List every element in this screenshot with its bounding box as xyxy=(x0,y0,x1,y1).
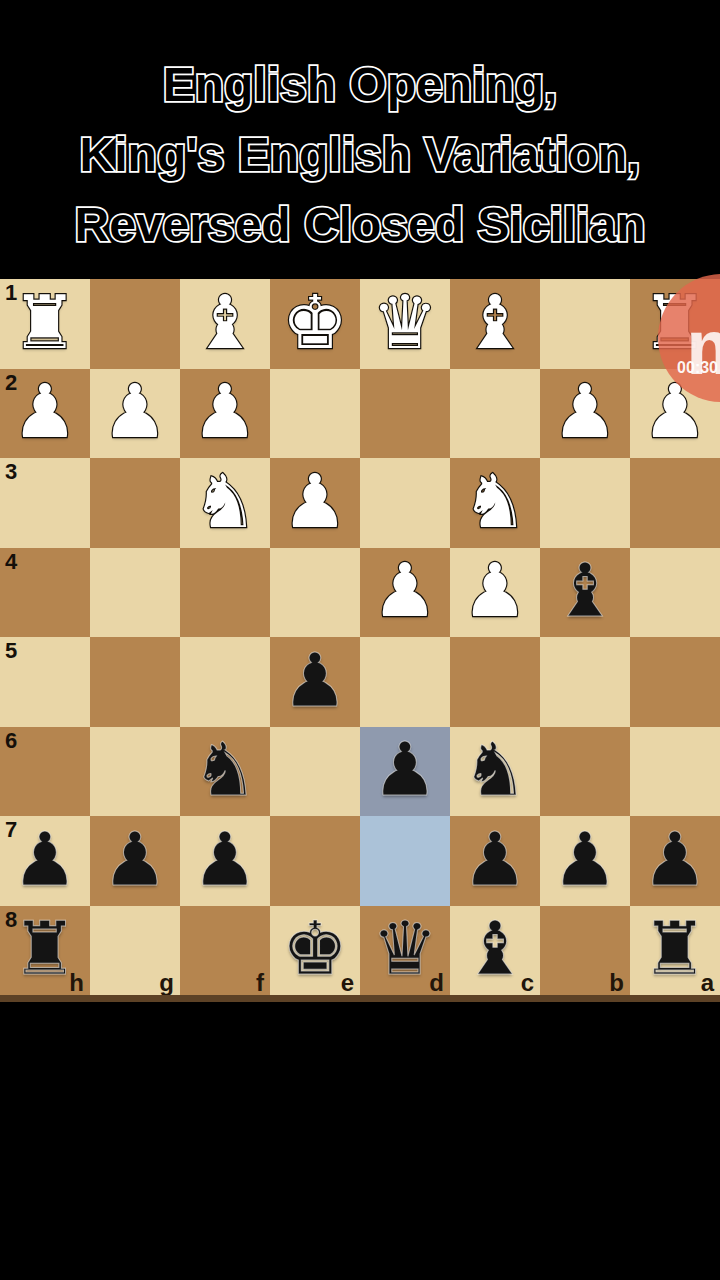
square-f1[interactable]: ♝ xyxy=(180,279,270,369)
rank-label-4: 4 xyxy=(5,549,17,575)
square-h1[interactable]: 1♜ xyxy=(0,279,90,369)
piece-bP-d6[interactable]: ♟ xyxy=(372,732,438,806)
square-c2[interactable] xyxy=(450,369,540,459)
piece-wP-f2[interactable]: ♟ xyxy=(192,374,258,448)
square-h5[interactable]: 5 xyxy=(0,637,90,727)
title-line-2: King's English Variation, xyxy=(0,120,720,190)
piece-bR-a8[interactable]: ♜ xyxy=(642,911,708,985)
piece-bP-f7[interactable]: ♟ xyxy=(192,822,258,896)
title-line-1: English Opening, xyxy=(0,50,720,120)
square-g7[interactable]: ♟ xyxy=(90,816,180,906)
square-f6[interactable]: ♞ xyxy=(180,727,270,817)
file-label-b: b xyxy=(609,969,624,997)
rank-label-6: 6 xyxy=(5,728,17,754)
square-c7[interactable]: ♟ xyxy=(450,816,540,906)
piece-bP-b7[interactable]: ♟ xyxy=(552,822,618,896)
square-c8[interactable]: c♝ xyxy=(450,906,540,996)
square-b3[interactable] xyxy=(540,458,630,548)
square-e5[interactable]: ♟ xyxy=(270,637,360,727)
square-b7[interactable]: ♟ xyxy=(540,816,630,906)
piece-bP-a7[interactable]: ♟ xyxy=(642,822,708,896)
piece-bB-c8[interactable]: ♝ xyxy=(462,911,528,985)
piece-wP-b2[interactable]: ♟ xyxy=(552,374,618,448)
square-e2[interactable] xyxy=(270,369,360,459)
square-f3[interactable]: ♞ xyxy=(180,458,270,548)
piece-bK-e8[interactable]: ♚ xyxy=(282,911,348,985)
square-g8[interactable]: g xyxy=(90,906,180,996)
square-d6[interactable]: ♟ xyxy=(360,727,450,817)
piece-wN-c3[interactable]: ♞ xyxy=(462,464,528,538)
square-c1[interactable]: ♝ xyxy=(450,279,540,369)
square-d7[interactable] xyxy=(360,816,450,906)
square-f8[interactable]: f xyxy=(180,906,270,996)
piece-wB-c1[interactable]: ♝ xyxy=(462,285,528,359)
square-b8[interactable]: b xyxy=(540,906,630,996)
piece-wQ-d1[interactable]: ♛ xyxy=(372,285,438,359)
piece-wP-h2[interactable]: ♟ xyxy=(12,374,78,448)
square-h7[interactable]: 7♟ xyxy=(0,816,90,906)
square-c3[interactable]: ♞ xyxy=(450,458,540,548)
piece-wN-f3[interactable]: ♞ xyxy=(192,464,258,538)
piece-bP-c7[interactable]: ♟ xyxy=(462,822,528,896)
piece-bP-h7[interactable]: ♟ xyxy=(12,822,78,896)
square-c4[interactable]: ♟ xyxy=(450,548,540,638)
square-d5[interactable] xyxy=(360,637,450,727)
piece-wR-h1[interactable]: ♜ xyxy=(12,285,78,359)
file-label-f: f xyxy=(256,969,264,997)
piece-bR-h8[interactable]: ♜ xyxy=(12,911,78,985)
piece-bQ-d8[interactable]: ♛ xyxy=(372,911,438,985)
square-e1[interactable]: ♚ xyxy=(270,279,360,369)
square-g1[interactable] xyxy=(90,279,180,369)
rank-label-5: 5 xyxy=(5,638,17,664)
square-d8[interactable]: d♛ xyxy=(360,906,450,996)
square-a5[interactable] xyxy=(630,637,720,727)
chess-board: 1♜♝♚♛♝♜2♟♟♟♟♟3♞♟♞4♟♟♝5♟6♞♟♞7♟♟♟♟♟♟8h♜gfe… xyxy=(0,279,720,995)
piece-bP-g7[interactable]: ♟ xyxy=(102,822,168,896)
square-f7[interactable]: ♟ xyxy=(180,816,270,906)
square-a6[interactable] xyxy=(630,727,720,817)
square-d2[interactable] xyxy=(360,369,450,459)
piece-wK-e1[interactable]: ♚ xyxy=(282,285,348,359)
square-e8[interactable]: e♚ xyxy=(270,906,360,996)
title-line-3: Reversed Closed Sicilian xyxy=(0,190,720,260)
square-f5[interactable] xyxy=(180,637,270,727)
piece-wB-f1[interactable]: ♝ xyxy=(192,285,258,359)
square-e6[interactable] xyxy=(270,727,360,817)
square-a7[interactable]: ♟ xyxy=(630,816,720,906)
file-label-g: g xyxy=(159,969,174,997)
square-d1[interactable]: ♛ xyxy=(360,279,450,369)
board-bottom-edge xyxy=(0,995,720,1002)
square-d3[interactable] xyxy=(360,458,450,548)
square-c6[interactable]: ♞ xyxy=(450,727,540,817)
square-g3[interactable] xyxy=(90,458,180,548)
piece-bN-f6[interactable]: ♞ xyxy=(192,732,258,806)
video-frame: English Opening, King's English Variatio… xyxy=(0,0,720,1280)
square-e3[interactable]: ♟ xyxy=(270,458,360,548)
square-c5[interactable] xyxy=(450,637,540,727)
square-d4[interactable]: ♟ xyxy=(360,548,450,638)
watermark-letter-icon: m xyxy=(686,302,720,393)
piece-bB-b4[interactable]: ♝ xyxy=(552,553,618,627)
square-b6[interactable] xyxy=(540,727,630,817)
square-g5[interactable] xyxy=(90,637,180,727)
square-a4[interactable] xyxy=(630,548,720,638)
square-f2[interactable]: ♟ xyxy=(180,369,270,459)
piece-wP-d4[interactable]: ♟ xyxy=(372,553,438,627)
video-title: English Opening, King's English Variatio… xyxy=(0,50,720,260)
square-h4[interactable]: 4 xyxy=(0,548,90,638)
piece-bP-e5[interactable]: ♟ xyxy=(282,643,348,717)
square-g4[interactable] xyxy=(90,548,180,638)
piece-bN-c6[interactable]: ♞ xyxy=(462,732,528,806)
square-g2[interactable]: ♟ xyxy=(90,369,180,459)
square-b4[interactable]: ♝ xyxy=(540,548,630,638)
square-b2[interactable]: ♟ xyxy=(540,369,630,459)
square-h2[interactable]: 2♟ xyxy=(0,369,90,459)
square-e4[interactable] xyxy=(270,548,360,638)
piece-wP-e3[interactable]: ♟ xyxy=(282,464,348,538)
square-a8[interactable]: a♜ xyxy=(630,906,720,996)
timer-text: 00:30 xyxy=(677,359,718,377)
square-a3[interactable] xyxy=(630,458,720,548)
square-b5[interactable] xyxy=(540,637,630,727)
square-g6[interactable] xyxy=(90,727,180,817)
square-h6[interactable]: 6 xyxy=(0,727,90,817)
square-e7[interactable] xyxy=(270,816,360,906)
rank-label-3: 3 xyxy=(5,459,17,485)
square-f4[interactable] xyxy=(180,548,270,638)
square-h3[interactable]: 3 xyxy=(0,458,90,548)
piece-wP-g2[interactable]: ♟ xyxy=(102,374,168,448)
piece-wP-c4[interactable]: ♟ xyxy=(462,553,528,627)
square-h8[interactable]: 8h♜ xyxy=(0,906,90,996)
square-b1[interactable] xyxy=(540,279,630,369)
